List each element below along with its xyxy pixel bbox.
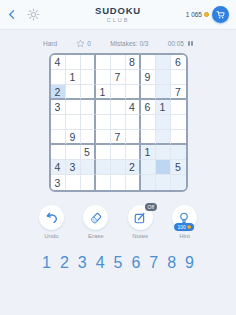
cell-r8c1[interactable]: 4 [51,160,66,175]
cell-r7c9[interactable] [171,145,186,160]
cell-r4c6[interactable]: 4 [126,100,141,115]
cell-r7c4[interactable] [96,145,111,160]
back-icon[interactable] [7,8,18,21]
star-icon [76,39,85,48]
cell-r5c1[interactable] [51,115,66,130]
cell-r1c3[interactable] [81,55,96,70]
cell-r5c6[interactable] [126,115,141,130]
cell-r8c2[interactable]: 3 [66,160,81,175]
cell-r1c5[interactable] [111,55,126,70]
cell-r6c6[interactable] [126,130,141,145]
cell-r8c4[interactable] [96,160,111,175]
page-title: SUDOKU CLUB [69,6,167,23]
cell-r2c2[interactable]: 1 [66,70,81,85]
cell-r4c7[interactable]: 6 [141,100,156,115]
coin-icon [204,12,209,17]
shop-cart-button[interactable] [212,6,229,23]
timer-display: 00:05 [168,40,193,47]
cell-r9c1[interactable]: 3 [51,175,66,190]
app-header: SUDOKU CLUB 1 065 [0,0,236,30]
cell-r6c8[interactable] [156,130,171,145]
cell-r9c9[interactable] [171,175,186,190]
cell-r7c5[interactable] [111,145,126,160]
cell-r3c5[interactable] [111,85,126,100]
cell-r8c3[interactable] [81,160,96,175]
numpad-8[interactable]: 8 [167,254,176,272]
cell-r5c7[interactable] [141,115,156,130]
cell-r9c3[interactable] [81,175,96,190]
cell-r7c6[interactable] [126,145,141,160]
cell-r7c8[interactable] [156,145,171,160]
cell-r6c5[interactable]: 7 [111,130,126,145]
cell-r3c7[interactable] [141,85,156,100]
number-pad: 123456789 [42,254,194,272]
cell-r7c2[interactable] [66,145,81,160]
cell-r3c6[interactable] [126,85,141,100]
cell-r2c1[interactable] [51,70,66,85]
cell-r9c6[interactable] [126,175,141,190]
cell-r6c7[interactable] [141,130,156,145]
cell-r2c7[interactable]: 9 [141,70,156,85]
numpad-2[interactable]: 2 [60,254,69,272]
cell-r1c1[interactable]: 4 [51,55,66,70]
numpad-6[interactable]: 6 [131,254,140,272]
cell-r3c2[interactable] [66,85,81,100]
cell-r8c6[interactable]: 2 [126,160,141,175]
numpad-9[interactable]: 9 [185,254,194,272]
cell-r1c2[interactable] [66,55,81,70]
cell-r8c7[interactable] [141,160,156,175]
cell-r7c7[interactable]: 1 [141,145,156,160]
numpad-4[interactable]: 4 [96,254,105,272]
undo-icon [45,211,59,225]
notes-off-badge: Off [145,203,157,211]
cell-r2c4[interactable] [96,70,111,85]
cell-r4c2[interactable] [66,100,81,115]
cell-r9c2[interactable] [66,175,81,190]
cell-r8c5[interactable] [111,160,126,175]
cell-r4c4[interactable] [96,100,111,115]
cell-r6c1[interactable] [51,130,66,145]
settings-gear-icon[interactable] [27,8,40,21]
cell-r6c2[interactable]: 9 [66,130,81,145]
cell-r6c4[interactable] [96,130,111,145]
cell-r3c1[interactable]: 2 [51,85,66,100]
cell-r9c7[interactable] [141,175,156,190]
cell-r5c4[interactable] [96,115,111,130]
cell-r2c3[interactable] [81,70,96,85]
cell-r2c6[interactable] [126,70,141,85]
cell-r3c3[interactable] [81,85,96,100]
cell-r2c9[interactable] [171,70,186,85]
eraser-icon [89,211,103,225]
numpad-1[interactable]: 1 [42,254,51,272]
cell-r6c9[interactable] [171,130,186,145]
cell-r6c3[interactable] [81,130,96,145]
cell-r2c5[interactable]: 7 [111,70,126,85]
cell-r5c5[interactable] [111,115,126,130]
hint-button[interactable]: 100 Hint [172,205,197,239]
cell-r8c8[interactable] [156,160,171,175]
cell-r3c9[interactable]: 7 [171,85,186,100]
numpad-3[interactable]: 3 [78,254,87,272]
cart-icon [216,10,226,20]
cell-r9c8[interactable] [156,175,171,190]
cell-r1c4[interactable] [96,55,111,70]
cell-r1c8[interactable] [156,55,171,70]
cell-r4c3[interactable] [81,100,96,115]
cell-r4c9[interactable] [171,100,186,115]
cell-r4c8[interactable]: 1 [156,100,171,115]
cell-r5c9[interactable] [171,115,186,130]
pause-icon[interactable] [188,41,193,47]
cell-r5c8[interactable] [156,115,171,130]
cell-r8c9[interactable]: 5 [171,160,186,175]
cell-r3c8[interactable] [156,85,171,100]
game-statusbar: Hard 0 Mistakes: 0/3 00:05 [43,39,193,48]
cell-r5c2[interactable] [66,115,81,130]
coin-balance: 1 065 [186,11,209,18]
cell-r7c3[interactable]: 5 [81,145,96,160]
coin-icon [187,225,191,229]
cell-r7c1[interactable] [51,145,66,160]
score-display: 0 [76,39,91,48]
cell-r3c4[interactable]: 1 [96,85,111,100]
sudoku-board: 4861792173461975143253 [49,53,188,192]
cell-r9c5[interactable] [111,175,126,190]
undo-button[interactable]: Undo [39,205,64,239]
hint-cost-badge: 100 [175,223,195,231]
notes-button[interactable]: Off Notes [128,205,153,239]
numpad-7[interactable]: 7 [149,254,158,272]
erase-button[interactable]: Erase [83,205,108,239]
tools-toolbar: Undo Erase Off Notes [39,205,197,239]
cell-r5c3[interactable] [81,115,96,130]
cell-r1c9[interactable]: 6 [171,55,186,70]
cell-r1c6[interactable]: 8 [126,55,141,70]
mistakes-counter: Mistakes: 0/3 [110,40,148,47]
notes-pencil-icon [133,211,147,225]
cell-r1c7[interactable] [141,55,156,70]
cell-r4c1[interactable]: 3 [51,100,66,115]
difficulty-label: Hard [43,40,57,47]
cell-r2c8[interactable] [156,70,171,85]
numpad-5[interactable]: 5 [114,254,123,272]
cell-r4c5[interactable] [111,100,126,115]
cell-r9c4[interactable] [96,175,111,190]
